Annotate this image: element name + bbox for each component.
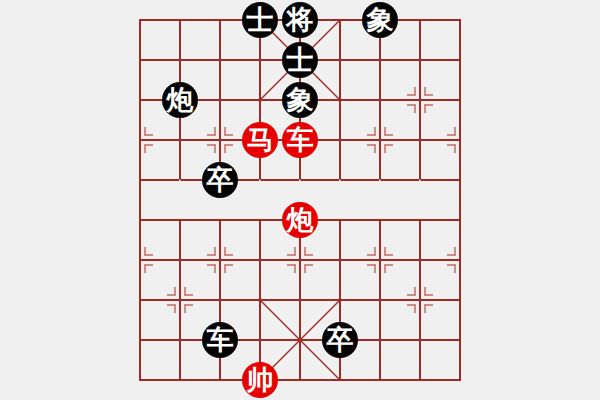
board-cell[interactable]: [419, 179, 459, 219]
board-cell[interactable]: [379, 139, 419, 179]
board-cell[interactable]: [339, 59, 379, 99]
board-cell[interactable]: [179, 19, 219, 59]
board-cell[interactable]: [139, 259, 179, 299]
piece-black-advisor[interactable]: 士: [282, 42, 318, 78]
board-cell[interactable]: [339, 139, 379, 179]
piece-black-general[interactable]: 将: [282, 2, 318, 38]
xiangqi-screenshot: 士将象士炮象马车卒炮车卒帅: [0, 0, 600, 400]
piece-red-general[interactable]: 帅: [242, 362, 278, 398]
piece-red-horse[interactable]: 马: [242, 122, 278, 158]
piece-black-chariot[interactable]: 车: [202, 322, 238, 358]
board-cell[interactable]: [139, 219, 179, 259]
board-cell[interactable]: [219, 259, 259, 299]
board-cell[interactable]: [259, 259, 299, 299]
board-cell[interactable]: [339, 99, 379, 139]
board-cell[interactable]: [379, 99, 419, 139]
board-cell[interactable]: [299, 259, 339, 299]
board-cell[interactable]: [179, 259, 219, 299]
piece-black-elephant[interactable]: 象: [362, 2, 398, 38]
board-cell[interactable]: [379, 219, 419, 259]
board-cell[interactable]: [419, 259, 459, 299]
board-cell[interactable]: [379, 339, 419, 379]
board-cell[interactable]: [139, 179, 179, 219]
board-cell[interactable]: [379, 299, 419, 339]
piece-black-cannon[interactable]: 炮: [162, 82, 198, 118]
piece-black-advisor[interactable]: 士: [242, 2, 278, 38]
board-cell[interactable]: [219, 219, 259, 259]
board-cell[interactable]: [139, 339, 179, 379]
piece-black-soldier[interactable]: 卒: [202, 162, 238, 198]
board-cell[interactable]: [379, 259, 419, 299]
board-cell[interactable]: [419, 219, 459, 259]
board-cell[interactable]: [419, 19, 459, 59]
board-cell[interactable]: [419, 139, 459, 179]
piece-black-soldier[interactable]: 卒: [322, 322, 358, 358]
board-cell[interactable]: [419, 99, 459, 139]
piece-black-elephant[interactable]: 象: [282, 82, 318, 118]
board-cell[interactable]: [339, 179, 379, 219]
board-cell[interactable]: [379, 179, 419, 219]
piece-red-chariot[interactable]: 车: [282, 122, 318, 158]
board-cell[interactable]: [219, 59, 259, 99]
board-cell[interactable]: [419, 339, 459, 379]
board-cell[interactable]: [339, 219, 379, 259]
board-cell[interactable]: [139, 139, 179, 179]
board-cell[interactable]: [339, 259, 379, 299]
board-cell[interactable]: [259, 299, 299, 339]
board-cell[interactable]: [419, 299, 459, 339]
board-cell[interactable]: [139, 299, 179, 339]
board-cell[interactable]: [419, 59, 459, 99]
board-cell[interactable]: [179, 219, 219, 259]
piece-red-cannon[interactable]: 炮: [282, 202, 318, 238]
board-cell[interactable]: [379, 59, 419, 99]
board-cell[interactable]: [139, 19, 179, 59]
